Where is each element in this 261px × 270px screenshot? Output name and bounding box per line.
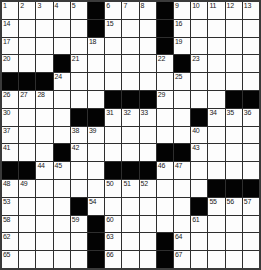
cell-r14c4[interactable] [54, 233, 70, 250]
cell-r13c10[interactable] [157, 216, 173, 233]
clue-number-44: 44 [37, 162, 44, 170]
cell-r2c8[interactable] [122, 20, 138, 37]
cell-r12c14[interactable]: 56 [226, 198, 242, 215]
cell-r14c8[interactable] [122, 233, 138, 250]
cell-r9c14[interactable] [226, 144, 242, 161]
cell-r8c5[interactable]: 38 [71, 127, 87, 144]
cell-r2c7[interactable]: 15 [105, 20, 121, 37]
cell-r9c15[interactable] [243, 144, 259, 161]
clue-number-37: 37 [3, 127, 10, 135]
cell-r6c3[interactable]: 28 [36, 91, 52, 108]
black-cell-r14c10 [157, 233, 173, 250]
cell-r7c10[interactable] [157, 109, 173, 126]
cell-r5c9[interactable] [140, 73, 156, 90]
cell-r15c13[interactable] [208, 251, 224, 268]
cell-r5c10[interactable] [157, 73, 173, 90]
clue-number-54: 54 [89, 198, 96, 206]
black-cell-r1c10 [157, 2, 173, 19]
cell-r15c7[interactable]: 66 [105, 251, 121, 268]
cell-r8c14[interactable] [226, 127, 242, 144]
black-cell-r1c6 [88, 2, 104, 19]
clue-number-20: 20 [3, 55, 10, 63]
black-cell-r14c6 [88, 233, 104, 250]
cell-r12c2[interactable] [19, 198, 35, 215]
cell-r1c11[interactable]: 9 [174, 2, 190, 19]
clue-number-2: 2 [20, 2, 24, 10]
cell-r8c12[interactable]: 40 [191, 127, 207, 144]
cell-r13c13[interactable] [208, 216, 224, 233]
clue-number-1: 1 [3, 2, 7, 10]
black-cell-r10c9 [140, 162, 156, 179]
cell-r11c11[interactable] [174, 180, 190, 197]
clue-number-29: 29 [158, 91, 165, 99]
black-cell-r2c6 [88, 20, 104, 37]
clue-number-32: 32 [123, 109, 130, 117]
cell-r9c13[interactable] [208, 144, 224, 161]
cell-r2c9[interactable] [140, 20, 156, 37]
clue-number-55: 55 [209, 198, 216, 206]
black-cell-r3c10 [157, 38, 173, 55]
clue-number-4: 4 [55, 2, 59, 10]
cell-r2c5[interactable] [71, 20, 87, 37]
clue-number-67: 67 [175, 251, 182, 259]
cell-r3c8[interactable] [122, 38, 138, 55]
cell-r4c5[interactable]: 21 [71, 55, 87, 72]
cell-r2c15[interactable] [243, 20, 259, 37]
cell-r3c13[interactable] [208, 38, 224, 55]
black-cell-r11c14 [226, 180, 242, 197]
clue-number-30: 30 [3, 109, 10, 117]
cell-r3c4[interactable] [54, 38, 70, 55]
cell-r13c11[interactable] [174, 216, 190, 233]
cell-r8c13[interactable] [208, 127, 224, 144]
cell-r12c3[interactable] [36, 198, 52, 215]
cell-r8c2[interactable] [19, 127, 35, 144]
cell-r4c13[interactable] [208, 55, 224, 72]
cell-r10c14[interactable] [226, 162, 242, 179]
clue-number-50: 50 [106, 180, 113, 188]
clue-number-35: 35 [227, 109, 234, 117]
black-cell-r13c6 [88, 216, 104, 233]
cell-r6c5[interactable] [71, 91, 87, 108]
clue-number-28: 28 [37, 91, 44, 99]
clue-number-40: 40 [192, 127, 199, 135]
cell-r2c12[interactable] [191, 20, 207, 37]
cell-r13c4[interactable] [54, 216, 70, 233]
cell-r3c11[interactable]: 19 [174, 38, 190, 55]
cell-r1c5[interactable]: 5 [71, 2, 87, 19]
cell-r8c10[interactable] [157, 127, 173, 144]
crossword-board: 1234567891011121314151617181920212223242… [0, 0, 261, 270]
cell-r6c13[interactable] [208, 91, 224, 108]
cell-r3c7[interactable] [105, 38, 121, 55]
clue-number-59: 59 [72, 216, 79, 224]
black-cell-r11c13 [208, 180, 224, 197]
black-cell-r15c6 [88, 251, 104, 268]
cell-r14c1[interactable]: 62 [2, 233, 18, 250]
cell-r7c9[interactable]: 33 [140, 109, 156, 126]
black-cell-r9c4 [54, 144, 70, 161]
cell-r3c5[interactable] [71, 38, 87, 55]
cell-r3c3[interactable] [36, 38, 52, 55]
cell-r2c14[interactable] [226, 20, 242, 37]
clue-number-21: 21 [72, 55, 79, 63]
cell-r6c11[interactable] [174, 91, 190, 108]
cell-r15c5[interactable] [71, 251, 87, 268]
cell-r9c12[interactable]: 43 [191, 144, 207, 161]
clue-number-14: 14 [3, 20, 10, 28]
cell-r15c11[interactable]: 67 [174, 251, 190, 268]
cell-r13c2[interactable] [19, 216, 35, 233]
clue-number-43: 43 [192, 144, 199, 152]
clue-number-56: 56 [227, 198, 234, 206]
black-cell-r7c6 [88, 109, 104, 126]
cell-r8c9[interactable] [140, 127, 156, 144]
clue-number-66: 66 [106, 251, 113, 259]
cell-r8c8[interactable] [122, 127, 138, 144]
cell-r1c9[interactable]: 8 [140, 2, 156, 19]
cell-r5c7[interactable] [105, 73, 121, 90]
cell-r2c11[interactable]: 16 [174, 20, 190, 37]
cell-r4c3[interactable] [36, 55, 52, 72]
cell-r14c5[interactable] [71, 233, 87, 250]
cell-r5c13[interactable] [208, 73, 224, 90]
cell-r14c11[interactable]: 64 [174, 233, 190, 250]
cell-r14c15[interactable] [243, 233, 259, 250]
cell-r1c4[interactable]: 4 [54, 2, 70, 19]
cell-r14c13[interactable] [208, 233, 224, 250]
black-cell-r10c8 [122, 162, 138, 179]
black-cell-r5c3 [36, 73, 52, 90]
cell-r9c1[interactable]: 41 [2, 144, 18, 161]
cell-r7c14[interactable]: 35 [226, 109, 242, 126]
cell-r2c3[interactable] [36, 20, 52, 37]
cell-r1c2[interactable]: 2 [19, 2, 35, 19]
cell-r6c6[interactable] [88, 91, 104, 108]
clue-number-53: 53 [3, 198, 10, 206]
cell-r11c2[interactable]: 49 [19, 180, 35, 197]
cell-r3c12[interactable] [191, 38, 207, 55]
cell-r1c3[interactable]: 3 [36, 2, 52, 19]
cell-r4c2[interactable] [19, 55, 35, 72]
cell-r6c10[interactable]: 29 [157, 91, 173, 108]
clue-number-61: 61 [192, 216, 199, 224]
cell-r7c3[interactable] [36, 109, 52, 126]
cell-r6c12[interactable] [191, 91, 207, 108]
cell-r8c1[interactable]: 37 [2, 127, 18, 144]
clue-number-36: 36 [244, 109, 251, 117]
cell-r8c7[interactable] [105, 127, 121, 144]
cell-r5c6[interactable] [88, 73, 104, 90]
cell-r2c1[interactable]: 14 [2, 20, 18, 37]
cell-r11c8[interactable]: 51 [122, 180, 138, 197]
clue-number-52: 52 [141, 180, 148, 188]
clue-number-57: 57 [244, 198, 251, 206]
black-cell-r4c4 [54, 55, 70, 72]
cell-r14c2[interactable] [19, 233, 35, 250]
cell-r13c9[interactable] [140, 216, 156, 233]
cell-r1c14[interactable]: 12 [226, 2, 242, 19]
cell-r15c8[interactable] [122, 251, 138, 268]
cell-r4c9[interactable] [140, 55, 156, 72]
cell-r4c10[interactable]: 22 [157, 55, 173, 72]
cell-r5c5[interactable] [71, 73, 87, 90]
clue-number-7: 7 [123, 2, 127, 10]
clue-number-9: 9 [175, 2, 179, 10]
black-cell-r12c5 [71, 198, 87, 215]
cell-r15c3[interactable] [36, 251, 52, 268]
cell-r3c6[interactable]: 18 [88, 38, 104, 55]
clue-number-45: 45 [55, 162, 62, 170]
cell-r10c12[interactable] [191, 162, 207, 179]
clue-number-63: 63 [106, 233, 113, 241]
cell-r10c11[interactable]: 47 [174, 162, 190, 179]
cell-r8c6[interactable]: 39 [88, 127, 104, 144]
cell-r4c8[interactable] [122, 55, 138, 72]
clue-number-41: 41 [3, 144, 10, 152]
clue-number-16: 16 [175, 20, 182, 28]
crossword-grid: 1234567891011121314151617181920212223242… [0, 0, 261, 270]
cell-r9c8[interactable] [122, 144, 138, 161]
clue-number-31: 31 [106, 109, 113, 117]
cell-r4c15[interactable] [243, 55, 259, 72]
cell-r2c4[interactable] [54, 20, 70, 37]
black-cell-r12c12 [191, 198, 207, 215]
cell-r7c4[interactable] [54, 109, 70, 126]
cell-r12c15[interactable]: 57 [243, 198, 259, 215]
clue-number-18: 18 [89, 38, 96, 46]
cell-r13c14[interactable] [226, 216, 242, 233]
black-cell-r6c8 [122, 91, 138, 108]
black-cell-r2c10 [157, 20, 173, 37]
cell-r13c7[interactable]: 60 [105, 216, 121, 233]
clue-number-5: 5 [72, 2, 76, 10]
cell-r7c1[interactable]: 30 [2, 109, 18, 126]
cell-r5c15[interactable] [243, 73, 259, 90]
cell-r10c10[interactable]: 46 [157, 162, 173, 179]
cell-r6c1[interactable]: 26 [2, 91, 18, 108]
clue-number-13: 13 [244, 2, 251, 10]
cell-r3c15[interactable] [243, 38, 259, 55]
cell-r8c11[interactable] [174, 127, 190, 144]
cell-r3c2[interactable] [19, 38, 35, 55]
black-cell-r9c11 [174, 144, 190, 161]
cell-r15c15[interactable] [243, 251, 259, 268]
cell-r1c15[interactable]: 13 [243, 2, 259, 19]
black-cell-r10c2 [19, 162, 35, 179]
cell-r12c11[interactable] [174, 198, 190, 215]
clue-number-42: 42 [72, 144, 79, 152]
cell-r5c14[interactable] [226, 73, 242, 90]
black-cell-r10c1 [2, 162, 18, 179]
clue-number-3: 3 [37, 2, 41, 10]
clue-number-64: 64 [175, 233, 182, 241]
clue-number-39: 39 [89, 127, 96, 135]
clue-number-17: 17 [3, 38, 10, 46]
clue-number-46: 46 [158, 162, 165, 170]
cell-r3c1[interactable]: 17 [2, 38, 18, 55]
cell-r7c13[interactable]: 34 [208, 109, 224, 126]
cell-r10c6[interactable] [88, 162, 104, 179]
cell-r11c5[interactable] [71, 180, 87, 197]
cell-r9c9[interactable] [140, 144, 156, 161]
cell-r13c3[interactable] [36, 216, 52, 233]
cell-r15c4[interactable] [54, 251, 70, 268]
cell-r11c3[interactable] [36, 180, 52, 197]
cell-r12c6[interactable]: 54 [88, 198, 104, 215]
cell-r9c6[interactable] [88, 144, 104, 161]
clue-number-27: 27 [20, 91, 27, 99]
black-cell-r7c5 [71, 109, 87, 126]
black-cell-r6c9 [140, 91, 156, 108]
cell-r10c13[interactable] [208, 162, 224, 179]
cell-r13c12[interactable]: 61 [191, 216, 207, 233]
cell-r14c12[interactable] [191, 233, 207, 250]
cell-r10c15[interactable] [243, 162, 259, 179]
cell-r4c7[interactable] [105, 55, 121, 72]
cell-r1c1[interactable]: 1 [2, 2, 18, 19]
cell-r14c7[interactable]: 63 [105, 233, 121, 250]
cell-r15c12[interactable] [191, 251, 207, 268]
clue-number-11: 11 [209, 2, 216, 10]
cell-r10c3[interactable]: 44 [36, 162, 52, 179]
cell-r5c4[interactable]: 24 [54, 73, 70, 90]
clue-number-10: 10 [192, 2, 199, 10]
black-cell-r9c10 [157, 144, 173, 161]
clue-number-49: 49 [20, 180, 27, 188]
clue-number-58: 58 [3, 216, 10, 224]
clue-number-19: 19 [175, 38, 182, 46]
black-cell-r15c10 [157, 251, 173, 268]
cell-r14c3[interactable] [36, 233, 52, 250]
cell-r12c8[interactable] [122, 198, 138, 215]
clue-number-23: 23 [192, 55, 199, 63]
cell-r11c6[interactable] [88, 180, 104, 197]
clue-number-62: 62 [3, 233, 10, 241]
black-cell-r10c7 [105, 162, 121, 179]
cell-r12c1[interactable]: 53 [2, 198, 18, 215]
cell-r11c4[interactable] [54, 180, 70, 197]
cell-r13c15[interactable] [243, 216, 259, 233]
cell-r4c14[interactable] [226, 55, 242, 72]
cell-r2c13[interactable] [208, 20, 224, 37]
cell-r1c8[interactable]: 7 [122, 2, 138, 19]
clue-number-38: 38 [72, 127, 79, 135]
clue-number-33: 33 [141, 109, 148, 117]
clue-number-48: 48 [3, 180, 10, 188]
clue-number-25: 25 [175, 73, 182, 81]
cell-r9c2[interactable] [19, 144, 35, 161]
black-cell-r6c14 [226, 91, 242, 108]
cell-r8c4[interactable] [54, 127, 70, 144]
clue-number-34: 34 [209, 109, 216, 117]
black-cell-r5c2 [19, 73, 35, 90]
cell-r3c9[interactable] [140, 38, 156, 55]
cell-r6c2[interactable]: 27 [19, 91, 35, 108]
clue-number-8: 8 [141, 2, 145, 10]
clue-number-12: 12 [227, 2, 234, 10]
clue-number-22: 22 [158, 55, 165, 63]
clue-number-65: 65 [3, 251, 10, 259]
cell-r4c1[interactable]: 20 [2, 55, 18, 72]
cell-r7c15[interactable]: 36 [243, 109, 259, 126]
cell-r12c13[interactable]: 55 [208, 198, 224, 215]
cell-r5c12[interactable] [191, 73, 207, 90]
black-cell-r7c12 [191, 109, 207, 126]
cell-r11c12[interactable] [191, 180, 207, 197]
cell-r12c7[interactable] [105, 198, 121, 215]
cell-r14c14[interactable] [226, 233, 242, 250]
cell-r15c14[interactable] [226, 251, 242, 268]
cell-r11c7[interactable]: 50 [105, 180, 121, 197]
cell-r11c10[interactable] [157, 180, 173, 197]
cell-r7c2[interactable] [19, 109, 35, 126]
cell-r1c13[interactable]: 11 [208, 2, 224, 19]
black-cell-r6c15 [243, 91, 259, 108]
cell-r13c5[interactable]: 59 [71, 216, 87, 233]
cell-r9c3[interactable] [36, 144, 52, 161]
cell-r8c15[interactable] [243, 127, 259, 144]
cell-r5c11[interactable]: 25 [174, 73, 190, 90]
clue-number-60: 60 [106, 216, 113, 224]
cell-r9c5[interactable]: 42 [71, 144, 87, 161]
clue-number-15: 15 [106, 20, 113, 28]
cell-r3c14[interactable] [226, 38, 242, 55]
cell-r15c9[interactable] [140, 251, 156, 268]
clue-number-47: 47 [175, 162, 182, 170]
cell-r10c4[interactable]: 45 [54, 162, 70, 179]
cell-r10c5[interactable] [71, 162, 87, 179]
cell-r11c9[interactable]: 52 [140, 180, 156, 197]
cell-r1c7[interactable]: 6 [105, 2, 121, 19]
cell-r13c8[interactable] [122, 216, 138, 233]
cell-r7c7[interactable]: 31 [105, 109, 121, 126]
cell-r4c12[interactable]: 23 [191, 55, 207, 72]
clue-number-24: 24 [55, 73, 62, 81]
cell-r11c1[interactable]: 48 [2, 180, 18, 197]
cell-r6c4[interactable] [54, 91, 70, 108]
cell-r12c10[interactable] [157, 198, 173, 215]
cell-r7c11[interactable] [174, 109, 190, 126]
cell-r13c1[interactable]: 58 [2, 216, 18, 233]
clue-number-6: 6 [106, 2, 110, 10]
black-cell-r5c1 [2, 73, 18, 90]
cell-r14c9[interactable] [140, 233, 156, 250]
cell-r12c4[interactable] [54, 198, 70, 215]
clue-number-51: 51 [123, 180, 130, 188]
cell-r1c12[interactable]: 10 [191, 2, 207, 19]
black-cell-r11c15 [243, 180, 259, 197]
black-cell-r6c7 [105, 91, 121, 108]
cell-r9c7[interactable] [105, 144, 121, 161]
cell-r15c2[interactable] [19, 251, 35, 268]
clue-number-26: 26 [3, 91, 10, 99]
cell-r2c2[interactable] [19, 20, 35, 37]
cell-r7c8[interactable]: 32 [122, 109, 138, 126]
cell-r4c6[interactable] [88, 55, 104, 72]
cell-r12c9[interactable] [140, 198, 156, 215]
cell-r8c3[interactable] [36, 127, 52, 144]
cell-r15c1[interactable]: 65 [2, 251, 18, 268]
black-cell-r4c11 [174, 55, 190, 72]
cell-r5c8[interactable] [122, 73, 138, 90]
